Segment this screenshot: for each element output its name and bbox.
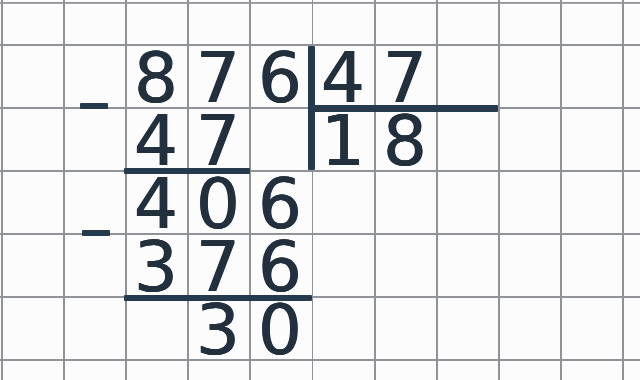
remainder-digit-ones: 0 [249, 296, 311, 359]
divisor-digit-ones: 7 [374, 44, 436, 107]
quotient-digit-tens: 1 [312, 107, 374, 170]
step1-subtrahend-digit-ones: 7 [187, 107, 249, 170]
step1-subtrahend-digit-tens: 4 [125, 107, 187, 170]
long-division-board: 8 7 6 4 7 4 7 1 8 4 0 6 3 7 6 3 0 [0, 0, 640, 380]
dividend-digit-ones: 6 [249, 44, 311, 107]
minus-sign-1 [80, 103, 108, 109]
quotient-digit-ones: 8 [374, 107, 436, 170]
dividend-digit-hundreds: 8 [125, 44, 187, 107]
step2-subtrahend-digit-tens: 7 [187, 233, 249, 296]
step1-result-digit-hundreds: 4 [125, 170, 187, 233]
step1-result-digit-tens: 0 [187, 170, 249, 233]
step2-subtrahend-digit-ones: 6 [249, 233, 311, 296]
minus-sign-2 [82, 230, 110, 236]
step2-subtrahend-digit-hundreds: 3 [125, 233, 187, 296]
remainder-digit-tens: 3 [187, 296, 249, 359]
divisor-digit-tens: 4 [312, 44, 374, 107]
step1-result-digit-ones: 6 [249, 170, 311, 233]
dividend-digit-tens: 7 [187, 44, 249, 107]
